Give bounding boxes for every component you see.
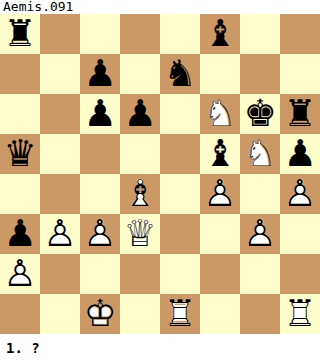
piece-white-pawn: ♟♙ xyxy=(40,214,80,254)
square-e1[interactable]: ♜♖ xyxy=(160,294,200,334)
square-f8[interactable]: ♝ xyxy=(200,14,240,54)
square-e4[interactable] xyxy=(160,174,200,214)
piece-black-knight: ♞ xyxy=(160,54,200,94)
square-e2[interactable] xyxy=(160,254,200,294)
puzzle-title: Aemis.091 xyxy=(0,0,320,14)
square-c7[interactable]: ♟ xyxy=(80,54,120,94)
piece-white-pawn: ♟♙ xyxy=(240,214,280,254)
piece-white-pawn: ♟♙ xyxy=(0,254,40,294)
square-g8[interactable] xyxy=(240,14,280,54)
piece-white-bishop: ♝♗ xyxy=(120,174,160,214)
square-f4[interactable]: ♟♙ xyxy=(200,174,240,214)
square-d3[interactable]: ♛♕ xyxy=(120,214,160,254)
piece-black-king: ♚ xyxy=(240,94,280,134)
square-h4[interactable]: ♟♙ xyxy=(280,174,320,214)
square-f2[interactable] xyxy=(200,254,240,294)
square-g5[interactable]: ♞♘ xyxy=(240,134,280,174)
piece-white-king: ♚♔ xyxy=(80,294,120,334)
square-c5[interactable] xyxy=(80,134,120,174)
piece-white-pawn: ♟♙ xyxy=(200,174,240,214)
square-f3[interactable] xyxy=(200,214,240,254)
square-a5[interactable]: ♛ xyxy=(0,134,40,174)
piece-white-rook: ♜♖ xyxy=(280,294,320,334)
square-h8[interactable] xyxy=(280,14,320,54)
square-a7[interactable] xyxy=(0,54,40,94)
square-a8[interactable]: ♜ xyxy=(0,14,40,54)
square-f7[interactable] xyxy=(200,54,240,94)
square-b6[interactable] xyxy=(40,94,80,134)
piece-black-rook: ♜ xyxy=(0,14,40,54)
square-a3[interactable]: ♟ xyxy=(0,214,40,254)
square-c4[interactable] xyxy=(80,174,120,214)
square-b2[interactable] xyxy=(40,254,80,294)
piece-white-pawn: ♟♙ xyxy=(80,214,120,254)
square-h3[interactable] xyxy=(280,214,320,254)
square-b1[interactable] xyxy=(40,294,80,334)
square-d1[interactable] xyxy=(120,294,160,334)
piece-black-bishop: ♝ xyxy=(200,134,240,174)
square-g2[interactable] xyxy=(240,254,280,294)
square-d4[interactable]: ♝♗ xyxy=(120,174,160,214)
square-f6[interactable]: ♞♘ xyxy=(200,94,240,134)
square-h2[interactable] xyxy=(280,254,320,294)
square-e8[interactable] xyxy=(160,14,200,54)
square-d5[interactable] xyxy=(120,134,160,174)
square-b5[interactable] xyxy=(40,134,80,174)
piece-white-queen: ♛♕ xyxy=(120,214,160,254)
square-g7[interactable] xyxy=(240,54,280,94)
square-a2[interactable]: ♟♙ xyxy=(0,254,40,294)
square-b4[interactable] xyxy=(40,174,80,214)
piece-white-knight: ♞♘ xyxy=(240,134,280,174)
square-g6[interactable]: ♚ xyxy=(240,94,280,134)
piece-white-rook: ♜♖ xyxy=(160,294,200,334)
square-h5[interactable]: ♟ xyxy=(280,134,320,174)
square-d7[interactable] xyxy=(120,54,160,94)
square-e5[interactable] xyxy=(160,134,200,174)
piece-white-knight: ♞♘ xyxy=(200,94,240,134)
square-b8[interactable] xyxy=(40,14,80,54)
piece-white-pawn: ♟♙ xyxy=(280,174,320,214)
square-g4[interactable] xyxy=(240,174,280,214)
square-f1[interactable] xyxy=(200,294,240,334)
square-b7[interactable] xyxy=(40,54,80,94)
square-d8[interactable] xyxy=(120,14,160,54)
piece-black-pawn: ♟ xyxy=(80,94,120,134)
square-c3[interactable]: ♟♙ xyxy=(80,214,120,254)
square-h6[interactable]: ♜ xyxy=(280,94,320,134)
piece-black-pawn: ♟ xyxy=(280,134,320,174)
square-h1[interactable]: ♜♖ xyxy=(280,294,320,334)
square-c6[interactable]: ♟ xyxy=(80,94,120,134)
piece-black-pawn: ♟ xyxy=(0,214,40,254)
piece-black-queen: ♛ xyxy=(0,134,40,174)
piece-black-pawn: ♟ xyxy=(80,54,120,94)
square-a6[interactable] xyxy=(0,94,40,134)
square-g1[interactable] xyxy=(240,294,280,334)
piece-black-pawn: ♟ xyxy=(120,94,160,134)
square-e6[interactable] xyxy=(160,94,200,134)
chess-puzzle-page: Aemis.091 ♜♝♟♞♟♟♞♘♚♜♛♝♞♘♟♝♗♟♙♟♙♟♟♙♟♙♛♕♟♙… xyxy=(0,0,320,360)
square-f5[interactable]: ♝ xyxy=(200,134,240,174)
square-e3[interactable] xyxy=(160,214,200,254)
square-a4[interactable] xyxy=(0,174,40,214)
piece-black-bishop: ♝ xyxy=(200,14,240,54)
square-c2[interactable] xyxy=(80,254,120,294)
square-b3[interactable]: ♟♙ xyxy=(40,214,80,254)
move-prompt: 1. ? xyxy=(0,334,320,360)
square-c8[interactable] xyxy=(80,14,120,54)
square-e7[interactable]: ♞ xyxy=(160,54,200,94)
square-a1[interactable] xyxy=(0,294,40,334)
square-d6[interactable]: ♟ xyxy=(120,94,160,134)
square-d2[interactable] xyxy=(120,254,160,294)
chess-board: ♜♝♟♞♟♟♞♘♚♜♛♝♞♘♟♝♗♟♙♟♙♟♟♙♟♙♛♕♟♙♟♙♚♔♜♖♜♖ xyxy=(0,14,320,334)
piece-black-rook: ♜ xyxy=(280,94,320,134)
square-h7[interactable] xyxy=(280,54,320,94)
square-c1[interactable]: ♚♔ xyxy=(80,294,120,334)
square-g3[interactable]: ♟♙ xyxy=(240,214,280,254)
